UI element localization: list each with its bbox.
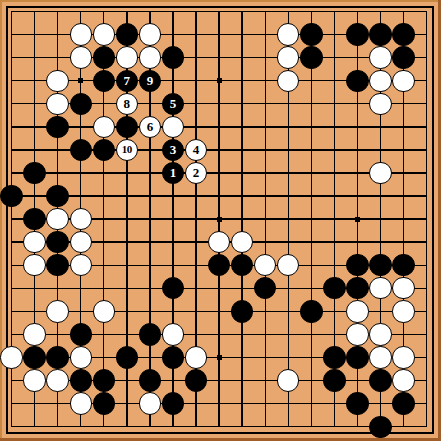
move-number: 8: [124, 97, 131, 110]
black-stone: [0, 185, 22, 207]
white-stone: [162, 116, 184, 138]
white-stone-move-6: 6: [139, 116, 161, 138]
white-stone: [93, 116, 115, 138]
white-stone: [185, 346, 207, 368]
white-stone: [23, 369, 45, 391]
white-stone: [23, 323, 45, 345]
black-stone: [116, 23, 138, 45]
black-stone: [139, 323, 161, 345]
white-stone: [139, 23, 161, 45]
black-stone: [46, 254, 68, 276]
black-stone: [46, 116, 68, 138]
black-stone: [392, 23, 414, 45]
black-stone-move-5: 5: [162, 93, 184, 115]
black-stone: [300, 46, 322, 68]
black-stone: [185, 369, 207, 391]
grid-line-vertical: [426, 11, 427, 428]
white-stone: [369, 70, 391, 92]
white-stone: [46, 70, 68, 92]
move-number: 9: [147, 74, 154, 87]
black-stone: [346, 277, 368, 299]
black-stone: [116, 116, 138, 138]
go-board[interactable]: 79856103412: [0, 0, 441, 441]
white-stone: [392, 369, 414, 391]
black-stone: [369, 254, 391, 276]
black-stone: [323, 369, 345, 391]
black-stone: [23, 208, 45, 230]
white-stone: [392, 70, 414, 92]
black-stone: [369, 416, 391, 438]
white-stone-move-10: 10: [116, 139, 138, 161]
white-stone: [46, 93, 68, 115]
white-stone: [70, 231, 92, 253]
board-edge-left: [0, 0, 2, 441]
board-edge-top: [0, 0, 441, 2]
white-stone: [93, 300, 115, 322]
white-stone: [392, 346, 414, 368]
white-stone: [369, 93, 391, 115]
move-number: 5: [170, 97, 177, 110]
black-stone: [93, 70, 115, 92]
black-stone: [70, 93, 92, 115]
move-number: 6: [147, 120, 154, 133]
black-stone: [139, 369, 161, 391]
black-stone: [46, 185, 68, 207]
white-stone: [70, 346, 92, 368]
black-stone-move-3: 3: [162, 139, 184, 161]
white-stone: [70, 23, 92, 45]
black-stone-move-7: 7: [116, 70, 138, 92]
black-stone: [46, 231, 68, 253]
move-number: 7: [124, 74, 131, 87]
black-stone: [346, 70, 368, 92]
black-stone: [23, 162, 45, 184]
black-stone: [46, 346, 68, 368]
grid-line-vertical: [265, 11, 266, 428]
black-stone: [323, 277, 345, 299]
black-stone: [346, 392, 368, 414]
white-stone: [93, 23, 115, 45]
white-stone: [70, 46, 92, 68]
black-stone: [231, 300, 253, 322]
white-stone: [23, 254, 45, 276]
white-stone-move-8: 8: [116, 93, 138, 115]
black-stone: [93, 46, 115, 68]
black-stone: [369, 23, 391, 45]
white-stone: [369, 46, 391, 68]
white-stone: [116, 46, 138, 68]
white-stone: [70, 208, 92, 230]
white-stone: [369, 323, 391, 345]
black-stone: [23, 346, 45, 368]
star-point: [355, 217, 360, 222]
black-stone: [70, 323, 92, 345]
black-stone: [369, 369, 391, 391]
grid-line-vertical: [311, 11, 312, 428]
white-stone: [46, 300, 68, 322]
black-stone: [162, 46, 184, 68]
black-stone: [162, 392, 184, 414]
move-number: 4: [193, 143, 200, 156]
black-stone: [93, 369, 115, 391]
black-stone: [323, 346, 345, 368]
black-stone: [70, 139, 92, 161]
white-stone: [369, 277, 391, 299]
white-stone: [369, 346, 391, 368]
black-stone: [70, 369, 92, 391]
white-stone: [162, 323, 184, 345]
black-stone: [116, 346, 138, 368]
black-stone: [346, 23, 368, 45]
move-number: 3: [170, 143, 177, 156]
white-stone: [346, 300, 368, 322]
black-stone: [300, 23, 322, 45]
white-stone: [346, 323, 368, 345]
white-stone: [277, 23, 299, 45]
black-stone: [392, 254, 414, 276]
grid-line-vertical: [241, 11, 242, 428]
white-stone: [46, 369, 68, 391]
black-stone: [93, 392, 115, 414]
white-stone: [0, 346, 22, 368]
white-stone: [277, 369, 299, 391]
black-stone: [162, 346, 184, 368]
white-stone: [139, 392, 161, 414]
black-stone-move-9: 9: [139, 70, 161, 92]
move-number: 2: [193, 166, 200, 179]
black-stone: [346, 346, 368, 368]
star-point: [217, 78, 222, 83]
black-stone: [346, 254, 368, 276]
move-number: 1: [170, 166, 177, 179]
black-stone: [300, 300, 322, 322]
black-stone: [392, 46, 414, 68]
white-stone: [369, 162, 391, 184]
move-number: 10: [122, 144, 132, 155]
grid-line-horizontal: [11, 426, 428, 427]
black-stone: [93, 139, 115, 161]
white-stone: [23, 231, 45, 253]
white-stone: [70, 392, 92, 414]
white-stone: [46, 208, 68, 230]
star-point: [217, 355, 222, 360]
black-stone: [392, 392, 414, 414]
white-stone: [139, 46, 161, 68]
white-stone: [392, 300, 414, 322]
go-diagram: 79856103412: [0, 0, 441, 441]
star-point: [78, 78, 83, 83]
star-point: [217, 217, 222, 222]
